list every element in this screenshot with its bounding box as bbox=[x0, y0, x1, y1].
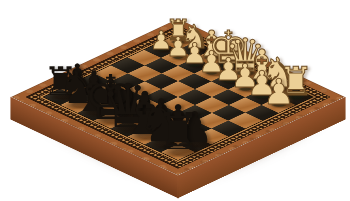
pieces-layer: ♜♟♞♟♝♟♚♟♛♟♝♟♟♞♜♟♟♜♞♟♟♝♟♚♟♛♟♝♟♞♟♜ bbox=[0, 0, 350, 201]
chess-set-photo: ♜♟♞♟♝♟♚♟♛♟♝♟♟♞♜♟♟♜♞♟♟♝♟♚♟♛♟♝♟♞♟♜ bbox=[0, 0, 350, 201]
piece-black-rook[interactable]: ♜ bbox=[155, 108, 200, 159]
piece-white-pawn[interactable]: ♟ bbox=[263, 74, 295, 109]
